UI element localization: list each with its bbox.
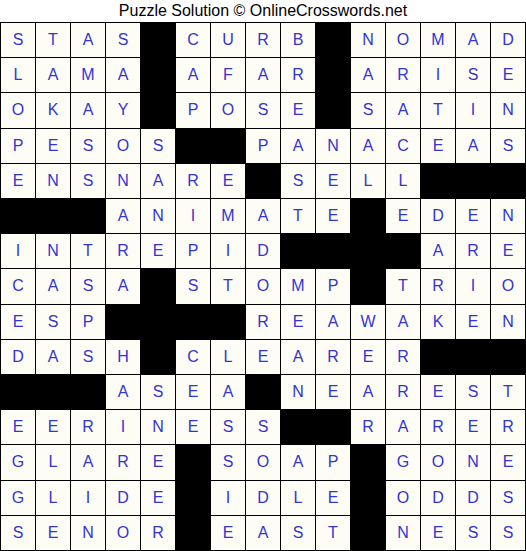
letter-cell: A	[36, 269, 70, 303]
letter-cell: D	[1, 340, 35, 374]
letter-cell: I	[456, 93, 490, 127]
letter-cell: L	[386, 164, 420, 198]
letter-cell: E	[316, 481, 350, 515]
letter-cell: N	[491, 305, 525, 339]
letter-cell: P	[246, 129, 280, 163]
letter-cell: A	[106, 58, 140, 92]
block-cell	[246, 164, 280, 198]
block-cell	[316, 410, 350, 444]
letter-cell: L	[1, 58, 35, 92]
letter-cell: T	[421, 93, 455, 127]
block-cell	[141, 93, 175, 127]
letter-cell: L	[351, 164, 385, 198]
letter-cell: O	[211, 93, 245, 127]
block-cell	[71, 375, 105, 409]
block-cell	[456, 164, 490, 198]
letter-cell: S	[456, 516, 490, 550]
letter-cell: S	[36, 305, 70, 339]
letter-cell: A	[386, 305, 420, 339]
letter-cell: E	[1, 410, 35, 444]
letter-cell: A	[106, 269, 140, 303]
letter-cell: E	[141, 481, 175, 515]
letter-cell: A	[106, 199, 140, 233]
letter-cell: R	[71, 410, 105, 444]
letter-cell: S	[491, 129, 525, 163]
letter-cell: C	[176, 23, 210, 57]
letter-cell: M	[421, 23, 455, 57]
letter-cell: W	[351, 305, 385, 339]
letter-cell: E	[351, 340, 385, 374]
letter-cell: S	[71, 129, 105, 163]
crossword-grid: STASCURBNOMADLAMAAFARARISEOKAYPOSESATINP…	[0, 22, 526, 551]
letter-cell: M	[71, 58, 105, 92]
letter-cell: R	[421, 269, 455, 303]
letter-cell: D	[421, 481, 455, 515]
letter-cell: R	[106, 445, 140, 479]
letter-cell: A	[351, 375, 385, 409]
letter-cell: S	[71, 164, 105, 198]
letter-cell: A	[246, 58, 280, 92]
letter-cell: R	[246, 305, 280, 339]
puzzle-solution-page: Puzzle Solution © OnlineCrosswords.net S…	[0, 0, 526, 551]
letter-cell: S	[491, 516, 525, 550]
letter-cell: E	[211, 516, 245, 550]
letter-cell: O	[106, 129, 140, 163]
letter-cell: I	[211, 234, 245, 268]
letter-cell: I	[71, 481, 105, 515]
letter-cell: N	[316, 129, 350, 163]
letter-cell: E	[36, 129, 70, 163]
letter-cell: I	[176, 199, 210, 233]
letter-cell: O	[246, 445, 280, 479]
letter-cell: N	[36, 164, 70, 198]
letter-cell: M	[281, 269, 315, 303]
block-cell	[351, 234, 385, 268]
letter-cell: R	[106, 234, 140, 268]
letter-cell: A	[351, 58, 385, 92]
letter-cell: R	[456, 234, 490, 268]
letter-cell: A	[281, 129, 315, 163]
letter-cell: R	[386, 375, 420, 409]
block-cell	[211, 129, 245, 163]
block-cell	[281, 234, 315, 268]
block-cell	[141, 58, 175, 92]
letter-cell: L	[36, 481, 70, 515]
letter-cell: A	[386, 93, 420, 127]
letter-cell: E	[281, 305, 315, 339]
letter-cell: Y	[106, 93, 140, 127]
letter-cell: S	[351, 93, 385, 127]
letter-cell: S	[141, 129, 175, 163]
letter-cell: P	[316, 269, 350, 303]
letter-cell: O	[106, 516, 140, 550]
letter-cell: E	[281, 93, 315, 127]
block-cell	[36, 375, 70, 409]
letter-cell: E	[316, 164, 350, 198]
block-cell	[211, 305, 245, 339]
letter-cell: M	[211, 199, 245, 233]
letter-cell: I	[421, 58, 455, 92]
letter-cell: A	[106, 375, 140, 409]
letter-cell: E	[176, 410, 210, 444]
letter-cell: E	[491, 234, 525, 268]
letter-cell: E	[456, 305, 490, 339]
letter-cell: E	[386, 199, 420, 233]
letter-cell: N	[351, 23, 385, 57]
letter-cell: S	[211, 445, 245, 479]
block-cell	[456, 340, 490, 374]
letter-cell: D	[106, 481, 140, 515]
letter-cell: D	[246, 481, 280, 515]
block-cell	[246, 375, 280, 409]
letter-cell: B	[281, 23, 315, 57]
letter-cell: F	[211, 58, 245, 92]
letter-cell: A	[316, 305, 350, 339]
letter-cell: D	[421, 199, 455, 233]
letter-cell: H	[106, 340, 140, 374]
letter-cell: S	[71, 269, 105, 303]
letter-cell: D	[246, 234, 280, 268]
letter-cell: C	[176, 340, 210, 374]
block-cell	[421, 164, 455, 198]
letter-cell: I	[106, 410, 140, 444]
letter-cell: A	[456, 23, 490, 57]
letter-cell: E	[246, 340, 280, 374]
letter-cell: S	[491, 481, 525, 515]
letter-cell: T	[71, 234, 105, 268]
block-cell	[316, 93, 350, 127]
letter-cell: S	[141, 375, 175, 409]
letter-cell: A	[211, 375, 245, 409]
letter-cell: I	[1, 234, 35, 268]
letter-cell: T	[316, 516, 350, 550]
letter-cell: E	[141, 234, 175, 268]
letter-cell: D	[456, 481, 490, 515]
letter-cell: A	[246, 199, 280, 233]
letter-cell: A	[246, 516, 280, 550]
letter-cell: N	[281, 375, 315, 409]
letter-cell: E	[316, 375, 350, 409]
block-cell	[141, 305, 175, 339]
letter-cell: E	[316, 199, 350, 233]
letter-cell: N	[141, 199, 175, 233]
letter-cell: S	[456, 58, 490, 92]
block-cell	[386, 234, 420, 268]
block-cell	[176, 305, 210, 339]
letter-cell: R	[281, 58, 315, 92]
letter-cell: L	[211, 340, 245, 374]
letter-cell: G	[1, 481, 35, 515]
block-cell	[141, 23, 175, 57]
block-cell	[316, 23, 350, 57]
letter-cell: S	[281, 516, 315, 550]
letter-cell: P	[176, 234, 210, 268]
block-cell	[1, 199, 35, 233]
letter-cell: R	[176, 164, 210, 198]
letter-cell: R	[351, 410, 385, 444]
letter-cell: A	[71, 23, 105, 57]
block-cell	[106, 305, 140, 339]
letter-cell: S	[1, 23, 35, 57]
letter-cell: E	[211, 164, 245, 198]
letter-cell: R	[386, 340, 420, 374]
block-cell	[281, 410, 315, 444]
letter-cell: S	[246, 410, 280, 444]
block-cell	[176, 445, 210, 479]
letter-cell: E	[1, 164, 35, 198]
block-cell	[316, 234, 350, 268]
letter-cell: P	[1, 129, 35, 163]
block-cell	[351, 516, 385, 550]
letter-cell: R	[316, 340, 350, 374]
letter-cell: U	[211, 23, 245, 57]
letter-cell: A	[386, 410, 420, 444]
letter-cell: P	[71, 305, 105, 339]
block-cell	[351, 269, 385, 303]
letter-cell: N	[456, 445, 490, 479]
letter-cell: N	[106, 164, 140, 198]
block-cell	[176, 516, 210, 550]
letter-cell: C	[1, 269, 35, 303]
letter-cell: P	[316, 445, 350, 479]
block-cell	[71, 199, 105, 233]
letter-cell: N	[491, 93, 525, 127]
letter-cell: S	[1, 516, 35, 550]
letter-cell: S	[176, 269, 210, 303]
letter-cell: T	[211, 269, 245, 303]
letter-cell: O	[386, 23, 420, 57]
letter-cell: A	[421, 234, 455, 268]
letter-cell: E	[421, 375, 455, 409]
letter-cell: E	[421, 129, 455, 163]
block-cell	[176, 481, 210, 515]
letter-cell: S	[281, 164, 315, 198]
letter-cell: R	[386, 58, 420, 92]
letter-cell: N	[36, 234, 70, 268]
letter-cell: O	[1, 93, 35, 127]
letter-cell: P	[176, 93, 210, 127]
block-cell	[141, 269, 175, 303]
letter-cell: A	[281, 340, 315, 374]
block-cell	[351, 445, 385, 479]
letter-cell: C	[386, 129, 420, 163]
letter-cell: E	[491, 58, 525, 92]
letter-cell: N	[71, 516, 105, 550]
block-cell	[176, 129, 210, 163]
letter-cell: T	[491, 375, 525, 409]
letter-cell: L	[281, 481, 315, 515]
letter-cell: A	[176, 58, 210, 92]
letter-cell: D	[491, 23, 525, 57]
letter-cell: S	[106, 23, 140, 57]
letter-cell: A	[36, 340, 70, 374]
letter-cell: E	[456, 410, 490, 444]
letter-cell: R	[491, 410, 525, 444]
letter-cell: S	[71, 340, 105, 374]
letter-cell: E	[456, 199, 490, 233]
letter-cell: R	[421, 410, 455, 444]
letter-cell: S	[456, 375, 490, 409]
letter-cell: T	[386, 269, 420, 303]
letter-cell: I	[456, 269, 490, 303]
page-title: Puzzle Solution © OnlineCrosswords.net	[0, 0, 526, 22]
block-cell	[316, 58, 350, 92]
letter-cell: G	[386, 445, 420, 479]
letter-cell: O	[386, 481, 420, 515]
block-cell	[1, 375, 35, 409]
letter-cell: E	[491, 445, 525, 479]
block-cell	[491, 340, 525, 374]
letter-cell: A	[36, 58, 70, 92]
letter-cell: A	[71, 445, 105, 479]
letter-cell: A	[456, 129, 490, 163]
letter-cell: A	[351, 129, 385, 163]
letter-cell: E	[141, 445, 175, 479]
letter-cell: E	[176, 375, 210, 409]
letter-cell: A	[141, 164, 175, 198]
letter-cell: T	[36, 23, 70, 57]
letter-cell: O	[246, 269, 280, 303]
letter-cell: A	[71, 93, 105, 127]
letter-cell: L	[36, 445, 70, 479]
block-cell	[351, 199, 385, 233]
letter-cell: N	[141, 410, 175, 444]
letter-cell: E	[36, 410, 70, 444]
letter-cell: R	[141, 516, 175, 550]
letter-cell: O	[421, 445, 455, 479]
letter-cell: G	[1, 445, 35, 479]
letter-cell: S	[211, 410, 245, 444]
letter-cell: S	[246, 93, 280, 127]
letter-cell: K	[36, 93, 70, 127]
letter-cell: N	[491, 199, 525, 233]
letter-cell: E	[36, 516, 70, 550]
letter-cell: A	[281, 445, 315, 479]
block-cell	[36, 199, 70, 233]
letter-cell: R	[246, 23, 280, 57]
letter-cell: O	[491, 269, 525, 303]
letter-cell: K	[421, 305, 455, 339]
letter-cell: T	[281, 199, 315, 233]
letter-cell: I	[211, 481, 245, 515]
block-cell	[421, 340, 455, 374]
letter-cell: N	[386, 516, 420, 550]
letter-cell: E	[1, 305, 35, 339]
block-cell	[141, 340, 175, 374]
block-cell	[351, 481, 385, 515]
block-cell	[491, 164, 525, 198]
letter-cell: E	[421, 516, 455, 550]
